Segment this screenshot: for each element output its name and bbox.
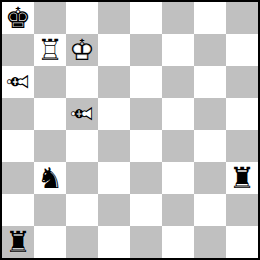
white-rook-outline: ♖ bbox=[34, 34, 66, 66]
square-h2[interactable] bbox=[226, 194, 258, 226]
white-bishop-rotated: ♝♗ bbox=[2, 66, 34, 98]
square-c5[interactable]: ♝♗ bbox=[66, 98, 98, 130]
white-bishop-rotated: ♝♗ bbox=[66, 98, 98, 130]
square-h4[interactable] bbox=[226, 130, 258, 162]
square-a7[interactable] bbox=[2, 34, 34, 66]
square-h6[interactable] bbox=[226, 66, 258, 98]
square-c3[interactable] bbox=[66, 162, 98, 194]
square-g1[interactable] bbox=[194, 226, 226, 258]
square-c7[interactable]: ♚♔ bbox=[66, 34, 98, 66]
square-e1[interactable] bbox=[130, 226, 162, 258]
square-d2[interactable] bbox=[98, 194, 130, 226]
square-c8[interactable] bbox=[66, 2, 98, 34]
square-c4[interactable] bbox=[66, 130, 98, 162]
square-g2[interactable] bbox=[194, 194, 226, 226]
square-a5[interactable] bbox=[2, 98, 34, 130]
square-f7[interactable] bbox=[162, 34, 194, 66]
square-a4[interactable] bbox=[2, 130, 34, 162]
square-g7[interactable] bbox=[194, 34, 226, 66]
square-c1[interactable] bbox=[66, 226, 98, 258]
square-d6[interactable] bbox=[98, 66, 130, 98]
white-bishop-rotated-outline: ♗ bbox=[66, 98, 98, 130]
square-e6[interactable] bbox=[130, 66, 162, 98]
square-d5[interactable] bbox=[98, 98, 130, 130]
square-h8[interactable] bbox=[226, 2, 258, 34]
square-f4[interactable] bbox=[162, 130, 194, 162]
square-e7[interactable] bbox=[130, 34, 162, 66]
square-h7[interactable] bbox=[226, 34, 258, 66]
square-f8[interactable] bbox=[162, 2, 194, 34]
square-b6[interactable] bbox=[34, 66, 66, 98]
square-e5[interactable] bbox=[130, 98, 162, 130]
square-f3[interactable] bbox=[162, 162, 194, 194]
square-d4[interactable] bbox=[98, 130, 130, 162]
black-knight: ♞ bbox=[34, 162, 66, 194]
white-king: ♚♔ bbox=[66, 34, 98, 66]
square-b3[interactable]: ♞ bbox=[34, 162, 66, 194]
square-b2[interactable] bbox=[34, 194, 66, 226]
square-e2[interactable] bbox=[130, 194, 162, 226]
square-d3[interactable] bbox=[98, 162, 130, 194]
white-rook: ♜♖ bbox=[34, 34, 66, 66]
white-bishop-rotated-outline: ♗ bbox=[2, 66, 34, 98]
square-d8[interactable] bbox=[98, 2, 130, 34]
square-h1[interactable] bbox=[226, 226, 258, 258]
square-f2[interactable] bbox=[162, 194, 194, 226]
black-rook: ♜ bbox=[2, 226, 34, 258]
white-king-outline: ♔ bbox=[66, 34, 98, 66]
square-e8[interactable] bbox=[130, 2, 162, 34]
chess-board: ♚♜♖♚♔♝♗♝♗♞♜♜ bbox=[0, 0, 260, 260]
square-a2[interactable] bbox=[2, 194, 34, 226]
square-a3[interactable] bbox=[2, 162, 34, 194]
square-b5[interactable] bbox=[34, 98, 66, 130]
square-b8[interactable] bbox=[34, 2, 66, 34]
square-e3[interactable] bbox=[130, 162, 162, 194]
square-h3[interactable]: ♜ bbox=[226, 162, 258, 194]
square-h5[interactable] bbox=[226, 98, 258, 130]
square-f5[interactable] bbox=[162, 98, 194, 130]
square-d1[interactable] bbox=[98, 226, 130, 258]
square-g4[interactable] bbox=[194, 130, 226, 162]
square-c2[interactable] bbox=[66, 194, 98, 226]
square-a6[interactable]: ♝♗ bbox=[2, 66, 34, 98]
square-f6[interactable] bbox=[162, 66, 194, 98]
square-f1[interactable] bbox=[162, 226, 194, 258]
square-g3[interactable] bbox=[194, 162, 226, 194]
square-a8[interactable]: ♚ bbox=[2, 2, 34, 34]
square-c6[interactable] bbox=[66, 66, 98, 98]
black-king: ♚ bbox=[2, 2, 34, 34]
black-rook: ♜ bbox=[226, 162, 258, 194]
square-g6[interactable] bbox=[194, 66, 226, 98]
square-g8[interactable] bbox=[194, 2, 226, 34]
square-b4[interactable] bbox=[34, 130, 66, 162]
square-a1[interactable]: ♜ bbox=[2, 226, 34, 258]
square-b1[interactable] bbox=[34, 226, 66, 258]
square-b7[interactable]: ♜♖ bbox=[34, 34, 66, 66]
square-g5[interactable] bbox=[194, 98, 226, 130]
square-d7[interactable] bbox=[98, 34, 130, 66]
square-e4[interactable] bbox=[130, 130, 162, 162]
